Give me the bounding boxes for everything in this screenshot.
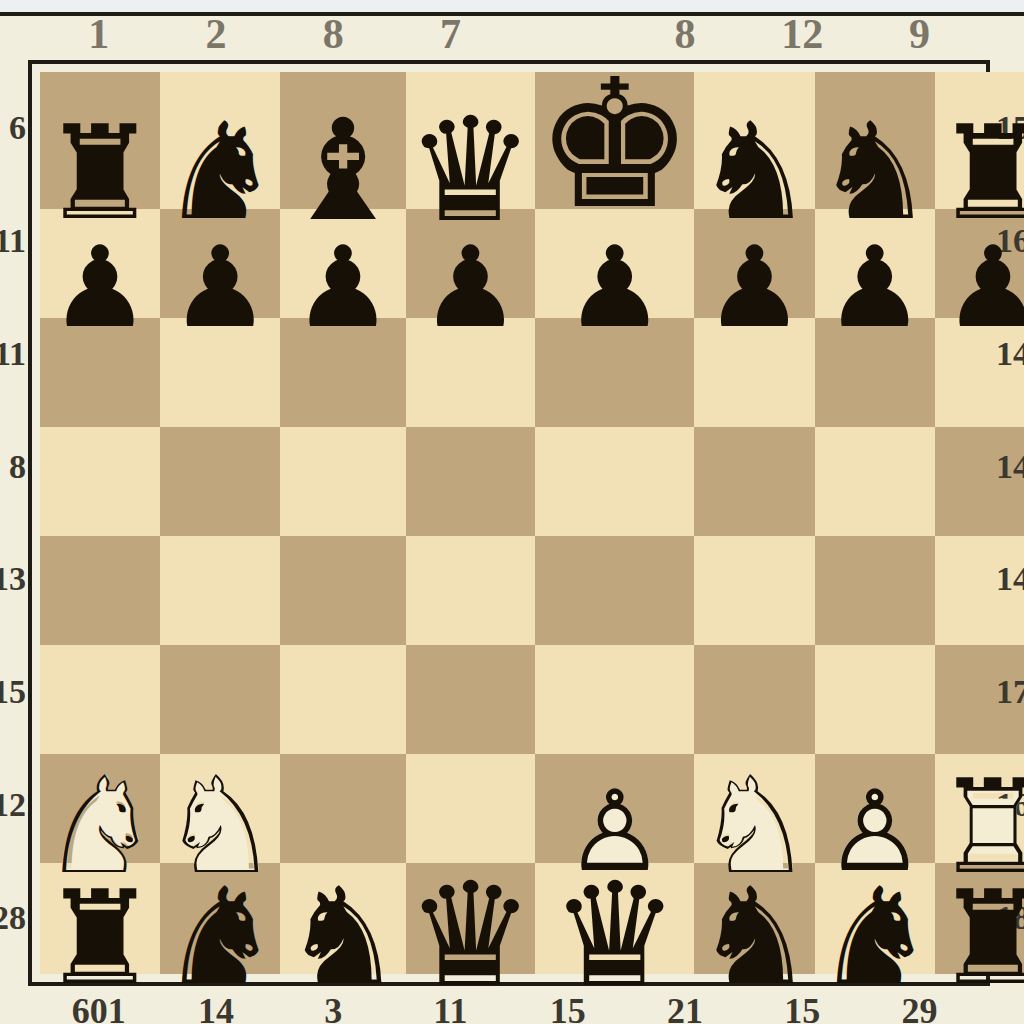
square-h7[interactable]: ♟	[935, 209, 1024, 318]
square-d4[interactable]	[406, 536, 535, 645]
left-label-row-4: 13	[0, 560, 26, 598]
square-e1[interactable]: ♛	[535, 863, 695, 974]
top-label-col-a: 1	[88, 10, 109, 58]
square-g4[interactable]	[815, 536, 935, 645]
square-f1[interactable]: ♞	[694, 863, 814, 974]
square-f5[interactable]	[694, 427, 814, 536]
left-label-row-5: 8	[0, 448, 26, 486]
square-g1[interactable]: ♞	[815, 863, 935, 974]
square-f7[interactable]: ♟	[694, 209, 814, 318]
square-a7[interactable]: ♟	[40, 209, 160, 318]
square-c5[interactable]	[280, 427, 406, 536]
square-c2[interactable]	[280, 754, 406, 863]
square-c1[interactable]: ♞	[280, 863, 406, 974]
piece-black-knight-icon[interactable]: ♞	[160, 105, 280, 239]
square-b1[interactable]: ♞	[160, 863, 280, 974]
square-e8[interactable]: ♚	[535, 72, 695, 209]
square-d8[interactable]: ♛	[406, 72, 535, 209]
square-e3[interactable]	[535, 645, 695, 754]
piece-black-knight-icon[interactable]: ♞	[694, 105, 814, 239]
square-g2[interactable]: ♟♙	[815, 754, 935, 863]
window-top-strip	[0, 0, 1024, 12]
piece-black-rook-icon[interactable]: ♜	[42, 108, 159, 238]
piece-black-queen-icon[interactable]: ♛	[550, 863, 679, 1007]
square-a3[interactable]	[40, 645, 160, 754]
square-f4[interactable]	[694, 536, 814, 645]
top-label-col-g: 12	[781, 10, 823, 58]
right-label-row-3: 17	[996, 673, 1024, 711]
chess-diagram-screen: ♜♞♝♛♚♞♞♜♟♟♟♟♟♟♟♟♞♘♞♘♟♙♞♘♟♙♜♖♜♞♞♛♛♞♞♜ 128…	[0, 0, 1024, 1024]
square-d1[interactable]: ♛	[406, 863, 535, 974]
square-b4[interactable]	[160, 536, 280, 645]
piece-black-rook-icon[interactable]: ♜	[42, 873, 159, 1003]
square-c7[interactable]: ♟	[280, 209, 406, 318]
window-top-divider	[0, 12, 1024, 16]
piece-black-pawn-icon[interactable]: ♟	[704, 231, 804, 343]
piece-black-pawn-icon[interactable]: ♟	[824, 231, 924, 343]
square-b3[interactable]	[160, 645, 280, 754]
left-label-row-2: 12	[0, 786, 26, 824]
piece-black-pawn-icon[interactable]: ♟	[293, 231, 393, 343]
square-a5[interactable]	[40, 427, 160, 536]
piece-black-knight-icon[interactable]: ♞	[160, 870, 280, 1004]
left-label-row-7: 11	[0, 222, 26, 260]
square-b8[interactable]: ♞	[160, 72, 280, 209]
left-label-row-1: 28	[0, 899, 26, 937]
square-b2[interactable]: ♞♘	[160, 754, 280, 863]
square-g7[interactable]: ♟	[815, 209, 935, 318]
piece-black-pawn-icon[interactable]: ♟	[170, 231, 270, 343]
board-frame: ♜♞♝♛♚♞♞♜♟♟♟♟♟♟♟♟♞♘♞♘♟♙♞♘♟♙♜♖♜♞♞♛♛♞♞♜	[28, 60, 990, 986]
piece-black-bishop-icon[interactable]: ♝	[280, 101, 406, 241]
right-label-row-5: 14	[996, 448, 1024, 486]
square-c3[interactable]	[280, 645, 406, 754]
square-c8[interactable]: ♝	[280, 72, 406, 209]
piece-black-queen-icon[interactable]: ♛	[406, 98, 535, 242]
piece-black-pawn-icon[interactable]: ♟	[943, 231, 1024, 343]
left-label-row-8: 6	[0, 109, 26, 147]
square-c4[interactable]	[280, 536, 406, 645]
square-b7[interactable]: ♟	[160, 209, 280, 318]
piece-black-rook-icon[interactable]: ♜	[935, 873, 1024, 1003]
square-f2[interactable]: ♞♘	[694, 754, 814, 863]
square-a8[interactable]: ♜	[40, 72, 160, 209]
square-h1[interactable]: ♜	[935, 863, 1024, 974]
square-h8[interactable]: ♜	[935, 72, 1024, 209]
square-f3[interactable]	[694, 645, 814, 754]
square-a4[interactable]	[40, 536, 160, 645]
left-label-row-6: 11	[0, 335, 26, 373]
square-g8[interactable]: ♞	[815, 72, 935, 209]
board: ♜♞♝♛♚♞♞♜♟♟♟♟♟♟♟♟♞♘♞♘♟♙♞♘♟♙♜♖♜♞♞♛♛♞♞♜	[40, 72, 978, 974]
piece-black-pawn-icon[interactable]: ♟	[50, 231, 150, 343]
top-label-col-h: 9	[909, 10, 930, 58]
square-h2[interactable]: ♜♖	[935, 754, 1024, 863]
piece-black-knight-icon[interactable]: ♞	[694, 870, 814, 1004]
piece-black-pawn-icon[interactable]: ♟	[420, 231, 520, 343]
piece-black-king-icon[interactable]: ♚	[535, 56, 695, 234]
square-g3[interactable]	[815, 645, 935, 754]
square-e2[interactable]: ♟♙	[535, 754, 695, 863]
square-d3[interactable]	[406, 645, 535, 754]
square-e5[interactable]	[535, 427, 695, 536]
top-label-col-d: 7	[440, 10, 461, 58]
piece-black-knight-icon[interactable]: ♞	[815, 870, 935, 1004]
top-label-col-b: 2	[205, 10, 226, 58]
square-d7[interactable]: ♟	[406, 209, 535, 318]
piece-black-rook-icon[interactable]: ♜	[935, 108, 1024, 238]
square-a1[interactable]: ♜	[40, 863, 160, 974]
top-label-col-c: 8	[323, 10, 344, 58]
piece-black-knight-icon[interactable]: ♞	[815, 105, 935, 239]
piece-black-queen-icon[interactable]: ♛	[406, 863, 535, 1007]
square-d2[interactable]	[406, 754, 535, 863]
piece-black-knight-icon[interactable]: ♞	[283, 870, 403, 1004]
right-label-row-4: 14	[996, 560, 1024, 598]
square-g5[interactable]	[815, 427, 935, 536]
square-a2[interactable]: ♞♘	[40, 754, 160, 863]
square-e4[interactable]	[535, 536, 695, 645]
square-d5[interactable]	[406, 427, 535, 536]
square-b5[interactable]	[160, 427, 280, 536]
left-label-row-3: 15	[0, 673, 26, 711]
square-f8[interactable]: ♞	[694, 72, 814, 209]
